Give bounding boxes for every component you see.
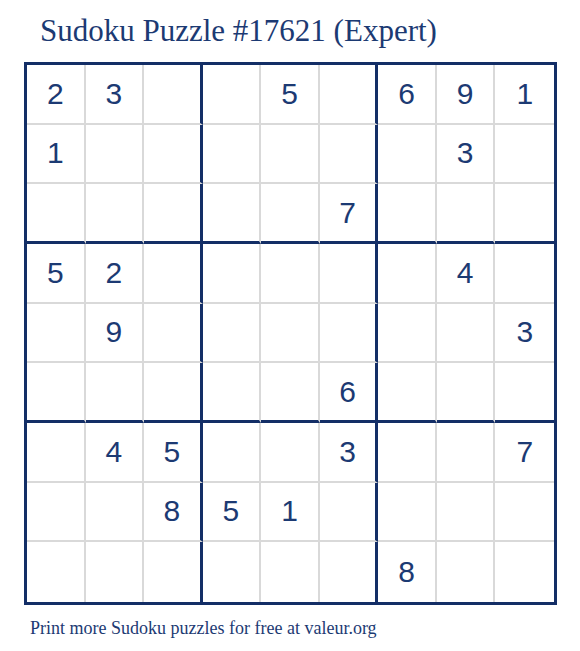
cell-r5c1[interactable] xyxy=(27,304,86,364)
cell-r4c1[interactable]: 5 xyxy=(27,244,86,304)
cell-r5c3[interactable] xyxy=(144,304,203,364)
cell-r4c2[interactable]: 2 xyxy=(86,244,145,304)
cell-r8c1[interactable] xyxy=(27,483,86,543)
sudoku-board: 23569113752493645378518 xyxy=(24,62,557,605)
cell-r8c5[interactable]: 1 xyxy=(261,483,320,543)
cell-r1c2[interactable]: 3 xyxy=(86,65,145,125)
cell-r9c7[interactable]: 8 xyxy=(378,542,437,602)
cell-r1c8[interactable]: 9 xyxy=(437,65,496,125)
cell-r6c1[interactable] xyxy=(27,363,86,423)
cell-r4c7[interactable] xyxy=(378,244,437,304)
cell-r9c2[interactable] xyxy=(86,542,145,602)
cell-r5c7[interactable] xyxy=(378,304,437,364)
cell-r8c9[interactable] xyxy=(495,483,554,543)
cell-r2c7[interactable] xyxy=(378,125,437,185)
cell-r3c2[interactable] xyxy=(86,184,145,244)
cell-r3c3[interactable] xyxy=(144,184,203,244)
cell-r8c2[interactable] xyxy=(86,483,145,543)
cell-r9c6[interactable] xyxy=(320,542,379,602)
cell-r3c9[interactable] xyxy=(495,184,554,244)
cell-r1c1[interactable]: 2 xyxy=(27,65,86,125)
cell-r8c4[interactable]: 5 xyxy=(203,483,262,543)
cell-r5c9[interactable]: 3 xyxy=(495,304,554,364)
cell-r4c6[interactable] xyxy=(320,244,379,304)
cell-r5c2[interactable]: 9 xyxy=(86,304,145,364)
cell-r2c2[interactable] xyxy=(86,125,145,185)
cell-r2c9[interactable] xyxy=(495,125,554,185)
cell-r2c1[interactable]: 1 xyxy=(27,125,86,185)
page-title: Sudoku Puzzle #17621 (Expert) xyxy=(40,13,437,49)
cell-r5c6[interactable] xyxy=(320,304,379,364)
cell-r2c5[interactable] xyxy=(261,125,320,185)
cell-r4c8[interactable]: 4 xyxy=(437,244,496,304)
cell-r8c6[interactable] xyxy=(320,483,379,543)
cell-r3c7[interactable] xyxy=(378,184,437,244)
cell-r6c5[interactable] xyxy=(261,363,320,423)
cell-r7c5[interactable] xyxy=(261,423,320,483)
cell-r4c3[interactable] xyxy=(144,244,203,304)
cell-r5c8[interactable] xyxy=(437,304,496,364)
cell-r4c4[interactable] xyxy=(203,244,262,304)
cell-r2c6[interactable] xyxy=(320,125,379,185)
cell-r6c3[interactable] xyxy=(144,363,203,423)
cell-r8c3[interactable]: 8 xyxy=(144,483,203,543)
cell-r6c4[interactable] xyxy=(203,363,262,423)
cell-r6c2[interactable] xyxy=(86,363,145,423)
cell-r2c3[interactable] xyxy=(144,125,203,185)
cell-r8c7[interactable] xyxy=(378,483,437,543)
cell-r1c3[interactable] xyxy=(144,65,203,125)
cell-r6c9[interactable] xyxy=(495,363,554,423)
cell-r9c9[interactable] xyxy=(495,542,554,602)
cell-r7c8[interactable] xyxy=(437,423,496,483)
cell-r9c3[interactable] xyxy=(144,542,203,602)
cell-r3c1[interactable] xyxy=(27,184,86,244)
cell-r6c6[interactable]: 6 xyxy=(320,363,379,423)
cell-r8c8[interactable] xyxy=(437,483,496,543)
cell-r4c5[interactable] xyxy=(261,244,320,304)
cell-r3c6[interactable]: 7 xyxy=(320,184,379,244)
cell-r1c6[interactable] xyxy=(320,65,379,125)
sudoku-page: Sudoku Puzzle #17621 (Expert) 2356911375… xyxy=(0,0,580,651)
cell-r1c4[interactable] xyxy=(203,65,262,125)
cell-r9c4[interactable] xyxy=(203,542,262,602)
cell-r9c8[interactable] xyxy=(437,542,496,602)
cell-r1c7[interactable]: 6 xyxy=(378,65,437,125)
cell-r3c8[interactable] xyxy=(437,184,496,244)
cell-r7c3[interactable]: 5 xyxy=(144,423,203,483)
cell-r7c7[interactable] xyxy=(378,423,437,483)
cell-r6c8[interactable] xyxy=(437,363,496,423)
cell-r6c7[interactable] xyxy=(378,363,437,423)
cell-r7c2[interactable]: 4 xyxy=(86,423,145,483)
cell-r9c5[interactable] xyxy=(261,542,320,602)
cell-r9c1[interactable] xyxy=(27,542,86,602)
cell-r1c5[interactable]: 5 xyxy=(261,65,320,125)
cell-r4c9[interactable] xyxy=(495,244,554,304)
footer-text: Print more Sudoku puzzles for free at va… xyxy=(30,618,377,639)
cell-r7c6[interactable]: 3 xyxy=(320,423,379,483)
cell-r5c5[interactable] xyxy=(261,304,320,364)
cell-r2c8[interactable]: 3 xyxy=(437,125,496,185)
cell-r1c9[interactable]: 1 xyxy=(495,65,554,125)
cell-r7c9[interactable]: 7 xyxy=(495,423,554,483)
cell-r7c1[interactable] xyxy=(27,423,86,483)
cell-r7c4[interactable] xyxy=(203,423,262,483)
cell-r3c4[interactable] xyxy=(203,184,262,244)
cell-r5c4[interactable] xyxy=(203,304,262,364)
cell-r2c4[interactable] xyxy=(203,125,262,185)
cell-r3c5[interactable] xyxy=(261,184,320,244)
